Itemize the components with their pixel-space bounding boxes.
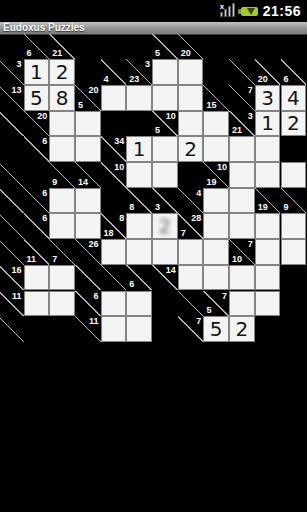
kakuro-cell-r8c4[interactable] — [101, 239, 127, 265]
across-clue: 28 — [191, 214, 201, 223]
kakuro-cell-r2c7[interactable] — [178, 85, 204, 111]
kakuro-cell-r10c6 — [152, 291, 178, 317]
down-clue: 10 — [232, 255, 242, 264]
down-clue: 5 — [78, 101, 83, 110]
kakuro-cell-r1c6[interactable] — [152, 59, 178, 85]
down-clue: 6 — [27, 49, 32, 58]
entered-digit: 2 — [49, 59, 75, 85]
kakuro-cell-r4c3[interactable] — [75, 136, 101, 162]
down-clue: 4 — [104, 75, 109, 84]
kakuro-cell-r3c6: 510 — [152, 111, 178, 137]
kakuro-cell-r1c4: 4 — [101, 59, 127, 85]
kakuro-cell-r0c4 — [101, 34, 127, 60]
kakuro-cell-r8c10[interactable] — [255, 239, 281, 265]
across-clue: 6 — [42, 189, 47, 198]
kakuro-cell-r1c7[interactable] — [178, 59, 204, 85]
kakuro-cell-r8c2: 7 — [49, 239, 75, 265]
entered-digit: 4 — [281, 85, 307, 111]
kakuro-cell-r5c4: 10 — [101, 162, 127, 188]
across-clue: 11 — [12, 292, 22, 301]
kakuro-cell-r9c11 — [281, 265, 307, 291]
kakuro-cell-r7c10[interactable] — [255, 213, 281, 239]
kakuro-cell-r5c9[interactable] — [229, 162, 255, 188]
across-clue: 26 — [89, 240, 99, 249]
kakuro-cell-r1c11: 6 — [281, 59, 307, 85]
kakuro-cell-r0c1: 6 — [24, 34, 50, 60]
across-clue: 10 — [114, 163, 124, 172]
kakuro-board: 6215203124233206135852015734205102131263… — [0, 0, 307, 512]
across-clue: 7 — [196, 317, 201, 326]
kakuro-cell-r3c7[interactable] — [178, 111, 204, 137]
down-clue: 9 — [284, 203, 289, 212]
kakuro-cell-r0c7: 20 — [178, 34, 204, 60]
kakuro-cell-r5c7 — [178, 162, 204, 188]
kakuro-cell-r9c5: 6 — [126, 265, 152, 291]
kakuro-cell-r10c1[interactable] — [24, 291, 50, 317]
kakuro-cell-r0c3 — [75, 34, 101, 60]
kakuro-cell-r6c1: 6 — [24, 188, 50, 214]
kakuro-cell-r11c4[interactable] — [101, 316, 127, 342]
across-clue: 6 — [42, 214, 47, 223]
kakuro-cell-r3c10[interactable]: 1 — [255, 111, 281, 137]
kakuro-cell-r0c9 — [229, 34, 255, 60]
kakuro-cell-r2c9: 7 — [229, 85, 255, 111]
kakuro-cell-r10c4[interactable] — [101, 291, 127, 317]
entered-digit: 2 — [178, 136, 204, 162]
kakuro-cell-r2c0: 13 — [0, 85, 24, 111]
kakuro-cell-r8c11[interactable] — [281, 239, 307, 265]
kakuro-cell-r11c1 — [24, 316, 50, 342]
down-clue: 23 — [129, 75, 139, 84]
kakuro-cell-r1c8 — [203, 59, 229, 85]
kakuro-cell-r10c11 — [281, 291, 307, 317]
kakuro-cell-r3c1: 20 — [24, 111, 50, 137]
kakuro-cell-r5c8: 1910 — [203, 162, 229, 188]
kakuro-cell-r10c7 — [178, 291, 204, 317]
kakuro-cell-r9c8[interactable] — [203, 265, 229, 291]
kakuro-cell-r8c0 — [0, 239, 24, 265]
kakuro-cell-r1c5: 233 — [126, 59, 152, 85]
kakuro-cell-r1c0: 3 — [0, 59, 24, 85]
entered-digit: 1 — [255, 111, 281, 137]
kakuro-cell-r8c1: 11 — [24, 239, 50, 265]
entered-digit: 5 — [24, 85, 50, 111]
down-clue: 7 — [52, 255, 57, 264]
down-clue: 5 — [155, 49, 160, 58]
kakuro-cell-r8c3: 26 — [75, 239, 101, 265]
entered-digit: 5 — [203, 316, 229, 342]
kakuro-cell-r7c7: 728 — [178, 213, 204, 239]
across-clue: 10 — [217, 163, 227, 172]
kakuro-cell-r6c10: 19 — [255, 188, 281, 214]
kakuro-cell-r9c2[interactable] — [49, 265, 75, 291]
across-clue: 13 — [11, 86, 21, 95]
kakuro-cell-r1c9 — [229, 59, 255, 85]
across-clue: 3 — [145, 60, 150, 69]
kakuro-cell-r11c3: 11 — [75, 316, 101, 342]
kakuro-cell-r1c3 — [75, 59, 101, 85]
kakuro-cell-r8c5[interactable] — [126, 239, 152, 265]
down-clue: 15 — [206, 101, 216, 110]
down-clue: 20 — [258, 75, 268, 84]
kakuro-cell-r9c10[interactable] — [255, 265, 281, 291]
down-clue: 6 — [284, 75, 289, 84]
kakuro-cell-r7c4: 188 — [101, 213, 127, 239]
across-clue: 10 — [166, 112, 176, 121]
kakuro-cell-r10c8: 57 — [203, 291, 229, 317]
across-clue: 7 — [248, 240, 253, 249]
kakuro-cell-r1c1[interactable]: 1 — [24, 59, 50, 85]
kakuro-cell-r11c2 — [49, 316, 75, 342]
kakuro-cell-r3c8[interactable] — [203, 111, 229, 137]
kakuro-cell-r9c9[interactable] — [229, 265, 255, 291]
kakuro-cell-r6c7: 4 — [178, 188, 204, 214]
down-clue: 6 — [129, 280, 134, 289]
down-clue: 5 — [155, 126, 160, 135]
kakuro-cell-r4c5[interactable]: 1 — [126, 136, 152, 162]
kakuro-cell-r5c5[interactable] — [126, 162, 152, 188]
across-clue: 34 — [114, 137, 124, 146]
kakuro-cell-r3c2[interactable] — [49, 111, 75, 137]
kakuro-cell-r3c0 — [0, 111, 24, 137]
kakuro-cell-r7c8[interactable] — [203, 213, 229, 239]
kakuro-cell-r2c4[interactable] — [101, 85, 127, 111]
down-clue: 11 — [27, 255, 37, 264]
kakuro-cell-r6c6: 3 — [152, 188, 178, 214]
kakuro-cell-r4c0 — [0, 136, 24, 162]
kakuro-cell-r6c0 — [0, 188, 24, 214]
across-clue: 8 — [119, 214, 124, 223]
kakuro-cell-r0c5 — [126, 34, 152, 60]
kakuro-cell-r9c3 — [75, 265, 101, 291]
kakuro-cell-r4c7[interactable]: 2 — [178, 136, 204, 162]
kakuro-cell-r4c8[interactable] — [203, 136, 229, 162]
across-clue: 3 — [16, 60, 21, 69]
across-clue: 4 — [196, 189, 201, 198]
kakuro-cell-r9c6: 14 — [152, 265, 178, 291]
down-clue: 19 — [206, 178, 216, 187]
kakuro-cell-r8c7[interactable] — [178, 239, 204, 265]
kakuro-cell-r11c9[interactable]: 2 — [229, 316, 255, 342]
kakuro-cell-r7c2[interactable] — [49, 213, 75, 239]
kakuro-cell-r8c9: 107 — [229, 239, 255, 265]
kakuro-cell-r2c1[interactable]: 5 — [24, 85, 50, 111]
down-clue: 3 — [155, 203, 160, 212]
across-clue: 14 — [166, 266, 176, 275]
entered-digit: 2 — [229, 316, 255, 342]
kakuro-cell-r5c6[interactable] — [152, 162, 178, 188]
kakuro-cell-r6c8[interactable] — [203, 188, 229, 214]
kakuro-cell-r5c1 — [24, 162, 50, 188]
kakuro-cell-r11c6 — [152, 316, 178, 342]
down-clue: 19 — [258, 203, 268, 212]
kakuro-cell-r7c1: 6 — [24, 213, 50, 239]
down-clue: 20 — [181, 49, 191, 58]
kakuro-cell-r7c0 — [0, 213, 24, 239]
kakuro-cell-r0c2: 21 — [49, 34, 75, 60]
entered-digit: 3 — [255, 85, 281, 111]
across-clue: 7 — [222, 292, 227, 301]
entered-digit: 1 — [24, 59, 50, 85]
kakuro-cell-r2c5[interactable] — [126, 85, 152, 111]
down-clue: 21 — [52, 49, 62, 58]
down-clue: 21 — [232, 126, 242, 135]
down-clue: 14 — [78, 178, 88, 187]
kakuro-cell-r0c0 — [0, 34, 24, 60]
down-clue: 18 — [104, 229, 114, 238]
across-clue: 6 — [94, 292, 99, 301]
kakuro-cell-r11c0 — [0, 316, 24, 342]
across-clue: 6 — [42, 137, 47, 146]
kakuro-cell-r10c0: 11 — [0, 291, 24, 317]
across-clue: 20 — [89, 86, 99, 95]
kakuro-cell-r0c10 — [255, 34, 281, 60]
kakuro-cell-r6c3[interactable] — [75, 188, 101, 214]
kakuro-cell-r9c7[interactable] — [178, 265, 204, 291]
kakuro-cell-r2c8: 15 — [203, 85, 229, 111]
kakuro-cell-r6c4 — [101, 188, 127, 214]
kakuro-cell-r5c11[interactable] — [281, 162, 307, 188]
kakuro-cell-r2c11[interactable]: 4 — [281, 85, 307, 111]
kakuro-cell-r11c11 — [281, 316, 307, 342]
down-clue: 7 — [181, 229, 186, 238]
kakuro-cell-r2c10[interactable]: 3 — [255, 85, 281, 111]
down-clue: 9 — [52, 178, 57, 187]
kakuro-cell-r4c6[interactable] — [152, 136, 178, 162]
kakuro-cell-r5c2: 9 — [49, 162, 75, 188]
kakuro-cell-r11c8[interactable]: 5 — [203, 316, 229, 342]
kakuro-cell-r3c3[interactable] — [75, 111, 101, 137]
kakuro-cell-r7c5[interactable] — [126, 213, 152, 239]
kakuro-cell-r10c2[interactable] — [49, 291, 75, 317]
down-clue: 5 — [206, 306, 211, 315]
kakuro-cell-r4c1: 6 — [24, 136, 50, 162]
kakuro-cell-r3c4 — [101, 111, 127, 137]
entered-digit: 8 — [49, 85, 75, 111]
entered-digit: 1 — [126, 136, 152, 162]
kakuro-cell-r10c3: 6 — [75, 291, 101, 317]
kakuro-cell-r0c8 — [203, 34, 229, 60]
across-clue: 11 — [89, 317, 99, 326]
kakuro-cell-r4c9[interactable] — [229, 136, 255, 162]
kakuro-cell-r7c6[interactable]: 2 — [152, 213, 178, 239]
kakuro-cell-r10c5[interactable] — [126, 291, 152, 317]
kakuro-cell-r6c11: 9 — [281, 188, 307, 214]
kakuro-cell-r4c4: 34 — [101, 136, 127, 162]
kakuro-cell-r6c5: 8 — [126, 188, 152, 214]
kakuro-cell-r6c9[interactable] — [229, 188, 255, 214]
kakuro-cell-r9c1[interactable] — [24, 265, 50, 291]
kakuro-cell-r9c4 — [101, 265, 127, 291]
kakuro-cell-r7c11[interactable] — [281, 213, 307, 239]
kakuro-cell-r7c9[interactable] — [229, 213, 255, 239]
entered-digit-blurred: 2 — [152, 213, 178, 239]
kakuro-cell-r2c3: 520 — [75, 85, 101, 111]
kakuro-cell-r10c10[interactable] — [255, 291, 281, 317]
phone-screen: x 21:56 Eudoxus Puzzles 6215203124233206… — [0, 0, 307, 512]
across-clue: 3 — [248, 112, 253, 121]
kakuro-cell-r9c0: 16 — [0, 265, 24, 291]
kakuro-cell-r11c5[interactable] — [126, 316, 152, 342]
kakuro-cell-r0c6: 5 — [152, 34, 178, 60]
kakuro-cell-r0c11 — [281, 34, 307, 60]
down-clue: 8 — [129, 203, 134, 212]
kakuro-cell-r2c2[interactable]: 8 — [49, 85, 75, 111]
kakuro-cell-r8c6[interactable] — [152, 239, 178, 265]
kakuro-cell-r3c5 — [126, 111, 152, 137]
kakuro-cell-r8c8[interactable] — [203, 239, 229, 265]
kakuro-cell-r1c10: 20 — [255, 59, 281, 85]
kakuro-cell-r4c10[interactable] — [255, 136, 281, 162]
across-clue: 7 — [248, 86, 253, 95]
across-clue: 16 — [11, 266, 21, 275]
kakuro-cell-r10c9[interactable] — [229, 291, 255, 317]
across-clue: 20 — [37, 112, 47, 121]
kakuro-cell-r7c3[interactable] — [75, 213, 101, 239]
kakuro-cell-r11c10 — [255, 316, 281, 342]
kakuro-cell-r2c6[interactable] — [152, 85, 178, 111]
kakuro-cell-r3c9: 213 — [229, 111, 255, 137]
kakuro-cell-r1c2[interactable]: 2 — [49, 59, 75, 85]
entered-digit: 2 — [281, 111, 307, 137]
kakuro-cell-r6c2[interactable] — [49, 188, 75, 214]
kakuro-cell-r3c11[interactable]: 2 — [281, 111, 307, 137]
kakuro-cell-r4c2[interactable] — [49, 136, 75, 162]
kakuro-cell-r4c11 — [281, 136, 307, 162]
kakuro-cell-r5c3: 14 — [75, 162, 101, 188]
kakuro-cell-r11c7: 7 — [178, 316, 204, 342]
kakuro-cell-r5c0 — [0, 162, 24, 188]
kakuro-cell-r5c10[interactable] — [255, 162, 281, 188]
